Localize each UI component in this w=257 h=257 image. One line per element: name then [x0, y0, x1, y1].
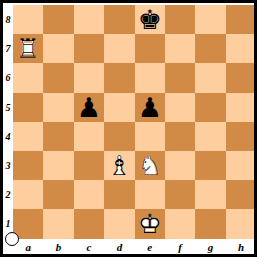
black-pawn-icon: ♟ — [135, 93, 165, 122]
chess-board: ♚♜♖♟♟♝♗♞♘♚♔ — [13, 5, 256, 239]
square-b5[interactable] — [43, 93, 73, 122]
square-h3[interactable] — [226, 151, 256, 180]
piece-black-pawn[interactable]: ♟ — [135, 93, 165, 122]
piece-black-king[interactable]: ♚ — [135, 5, 165, 34]
side-to-move-indicator — [5, 232, 19, 246]
square-c7[interactable] — [74, 34, 104, 63]
file-label-e: e — [135, 239, 165, 254]
white-king-outline-icon: ♔ — [135, 209, 165, 238]
black-king-icon: ♚ — [135, 5, 165, 34]
white-rook-icon: ♜ — [13, 34, 43, 63]
piece-white-rook[interactable]: ♜♖ — [13, 34, 43, 63]
rank-label-5: 5 — [3, 93, 13, 122]
square-f3[interactable] — [165, 151, 195, 180]
square-e3[interactable]: ♞♘ — [135, 151, 165, 180]
square-b8[interactable] — [43, 5, 73, 34]
square-b1[interactable] — [43, 209, 73, 238]
square-g4[interactable] — [195, 122, 225, 151]
chess-diagram: ♚♜♖♟♟♝♗♞♘♚♔ 87654321 abcdefgh — [0, 0, 257, 257]
piece-white-king[interactable]: ♚♔ — [135, 209, 165, 238]
white-rook-outline-icon: ♖ — [13, 34, 43, 63]
square-h8[interactable] — [226, 5, 256, 34]
square-g6[interactable] — [195, 63, 225, 92]
file-label-b: b — [43, 239, 73, 254]
square-d2[interactable] — [104, 180, 134, 209]
square-a6[interactable] — [13, 63, 43, 92]
square-f8[interactable] — [165, 5, 195, 34]
piece-white-bishop[interactable]: ♝♗ — [104, 151, 134, 180]
square-h1[interactable] — [226, 209, 256, 238]
file-label-h: h — [226, 239, 256, 254]
square-c8[interactable] — [74, 5, 104, 34]
square-e4[interactable] — [135, 122, 165, 151]
square-a5[interactable] — [13, 93, 43, 122]
rank-label-2: 2 — [3, 180, 13, 209]
square-d7[interactable] — [104, 34, 134, 63]
piece-white-knight[interactable]: ♞♘ — [135, 151, 165, 180]
white-knight-icon: ♞ — [135, 151, 165, 180]
square-e5[interactable]: ♟ — [135, 93, 165, 122]
square-c2[interactable] — [74, 180, 104, 209]
square-f6[interactable] — [165, 63, 195, 92]
file-label-g: g — [195, 239, 225, 254]
square-a7[interactable]: ♜♖ — [13, 34, 43, 63]
square-f5[interactable] — [165, 93, 195, 122]
square-b4[interactable] — [43, 122, 73, 151]
square-a4[interactable] — [13, 122, 43, 151]
square-c1[interactable] — [74, 209, 104, 238]
square-g1[interactable] — [195, 209, 225, 238]
square-d5[interactable] — [104, 93, 134, 122]
square-h6[interactable] — [226, 63, 256, 92]
square-f7[interactable] — [165, 34, 195, 63]
file-label-d: d — [104, 239, 134, 254]
square-b7[interactable] — [43, 34, 73, 63]
square-a8[interactable] — [13, 5, 43, 34]
white-bishop-icon: ♝ — [104, 151, 134, 180]
white-king-icon: ♚ — [135, 209, 165, 238]
rank-label-7: 7 — [3, 34, 13, 63]
square-b6[interactable] — [43, 63, 73, 92]
square-a3[interactable] — [13, 151, 43, 180]
square-g3[interactable] — [195, 151, 225, 180]
white-bishop-outline-icon: ♗ — [104, 151, 134, 180]
square-h5[interactable] — [226, 93, 256, 122]
square-d1[interactable] — [104, 209, 134, 238]
black-pawn-icon: ♟ — [74, 93, 104, 122]
file-label-f: f — [165, 239, 195, 254]
square-g8[interactable] — [195, 5, 225, 34]
square-a2[interactable] — [13, 180, 43, 209]
square-h4[interactable] — [226, 122, 256, 151]
square-c3[interactable] — [74, 151, 104, 180]
square-e6[interactable] — [135, 63, 165, 92]
square-g7[interactable] — [195, 34, 225, 63]
rank-label-3: 3 — [3, 151, 13, 180]
square-b2[interactable] — [43, 180, 73, 209]
square-d8[interactable] — [104, 5, 134, 34]
square-c4[interactable] — [74, 122, 104, 151]
square-d3[interactable]: ♝♗ — [104, 151, 134, 180]
white-knight-outline-icon: ♘ — [135, 151, 165, 180]
square-e2[interactable] — [135, 180, 165, 209]
square-d6[interactable] — [104, 63, 134, 92]
square-h2[interactable] — [226, 180, 256, 209]
square-d4[interactable] — [104, 122, 134, 151]
square-e8[interactable]: ♚ — [135, 5, 165, 34]
square-g2[interactable] — [195, 180, 225, 209]
square-f2[interactable] — [165, 180, 195, 209]
square-f4[interactable] — [165, 122, 195, 151]
rank-label-8: 8 — [3, 5, 13, 34]
piece-black-pawn[interactable]: ♟ — [74, 93, 104, 122]
square-c5[interactable]: ♟ — [74, 93, 104, 122]
square-e7[interactable] — [135, 34, 165, 63]
square-f1[interactable] — [165, 209, 195, 238]
rank-label-6: 6 — [3, 63, 13, 92]
square-g5[interactable] — [195, 93, 225, 122]
square-c6[interactable] — [74, 63, 104, 92]
rank-label-4: 4 — [3, 122, 13, 151]
square-e1[interactable]: ♚♔ — [135, 209, 165, 238]
file-label-c: c — [74, 239, 104, 254]
square-b3[interactable] — [43, 151, 73, 180]
square-h7[interactable] — [226, 34, 256, 63]
